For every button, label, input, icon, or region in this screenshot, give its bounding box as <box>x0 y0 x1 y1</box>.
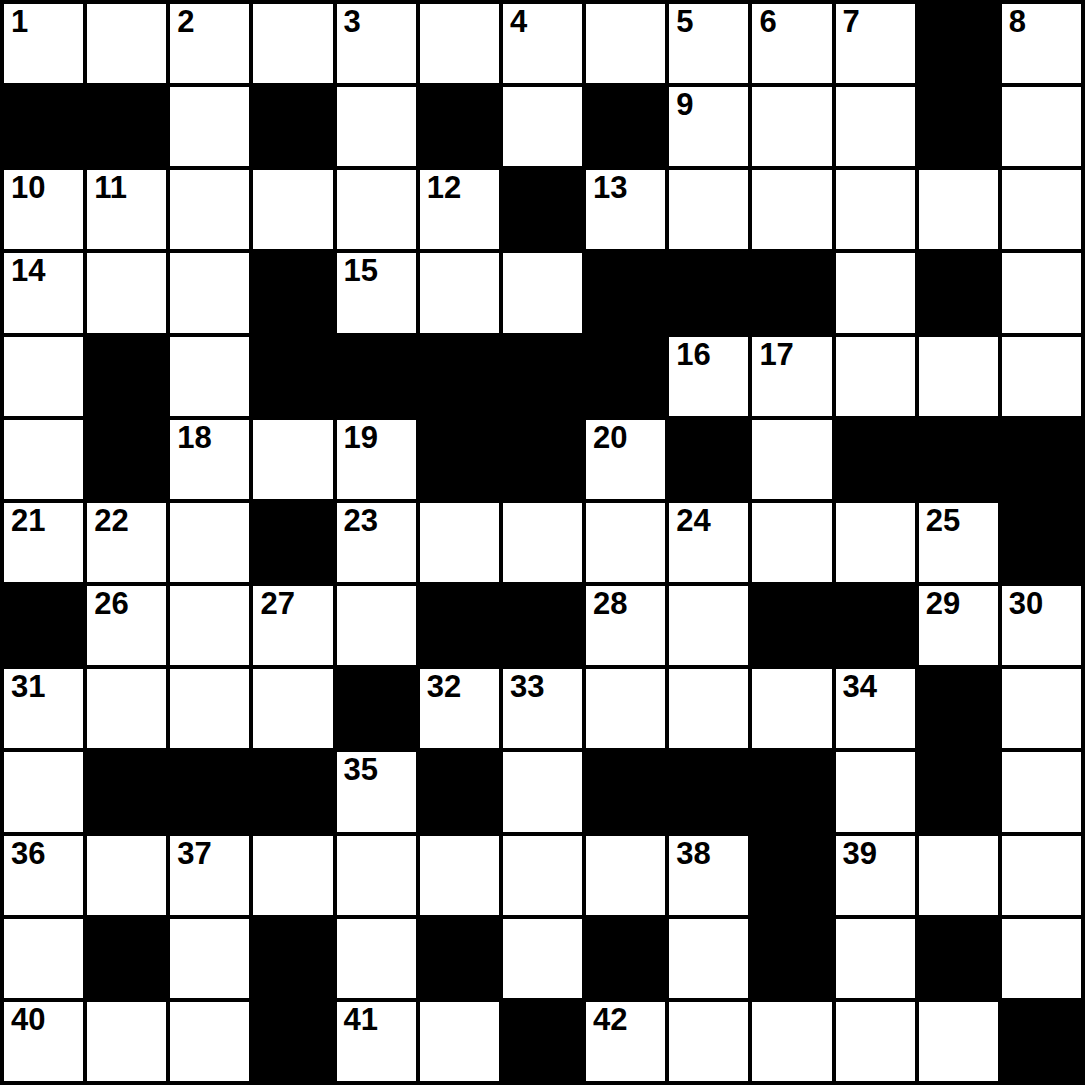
black-cell-r11c11 <box>919 919 998 998</box>
clue-number-2: 2 <box>177 6 194 37</box>
white-cell-r2c0[interactable]: 10 <box>4 170 83 249</box>
white-cell-r8c9[interactable] <box>752 669 831 748</box>
clue-number-37: 37 <box>177 838 211 869</box>
clue-number-40: 40 <box>11 1004 45 1035</box>
white-cell-r10c0[interactable]: 36 <box>4 836 83 915</box>
clue-number-10: 10 <box>11 172 45 203</box>
black-cell-r12c12 <box>1002 1002 1081 1081</box>
clue-number-33: 33 <box>510 671 544 702</box>
clue-number-24: 24 <box>676 505 710 536</box>
clue-number-36: 36 <box>11 838 45 869</box>
black-cell-r7c0 <box>4 586 83 665</box>
clue-number-6: 6 <box>759 6 776 37</box>
white-cell-r3c12[interactable] <box>1002 253 1081 332</box>
black-cell-r9c8 <box>669 752 748 831</box>
white-cell-r0c10[interactable]: 7 <box>836 4 915 83</box>
white-cell-r7c3[interactable]: 27 <box>253 586 332 665</box>
black-cell-r4c7 <box>586 337 665 416</box>
white-cell-r0c3[interactable] <box>253 4 332 83</box>
white-cell-r5c4[interactable]: 19 <box>337 420 416 499</box>
white-cell-r3c10[interactable] <box>836 253 915 332</box>
black-cell-r5c8 <box>669 420 748 499</box>
black-cell-r7c9 <box>752 586 831 665</box>
white-cell-r4c9[interactable]: 17 <box>752 337 831 416</box>
clue-number-35: 35 <box>344 754 378 785</box>
white-cell-r6c10[interactable] <box>836 503 915 582</box>
white-cell-r6c11[interactable]: 25 <box>919 503 998 582</box>
clue-number-5: 5 <box>676 6 693 37</box>
white-cell-r3c4[interactable]: 15 <box>337 253 416 332</box>
white-cell-r10c2[interactable]: 37 <box>170 836 249 915</box>
white-cell-r1c12[interactable] <box>1002 87 1081 166</box>
clue-number-17: 17 <box>759 339 793 370</box>
black-cell-r9c9 <box>752 752 831 831</box>
black-cell-r11c5 <box>420 919 499 998</box>
black-cell-r5c6 <box>503 420 582 499</box>
white-cell-r4c0[interactable] <box>4 337 83 416</box>
clue-number-31: 31 <box>11 671 45 702</box>
white-cell-r7c11[interactable]: 29 <box>919 586 998 665</box>
black-cell-r6c12 <box>1002 503 1081 582</box>
black-cell-r1c3 <box>253 87 332 166</box>
white-cell-r8c2[interactable] <box>170 669 249 748</box>
clue-number-13: 13 <box>593 172 627 203</box>
black-cell-r4c5 <box>420 337 499 416</box>
white-cell-r8c7[interactable] <box>586 669 665 748</box>
white-cell-r5c3[interactable] <box>253 420 332 499</box>
white-cell-r10c8[interactable]: 38 <box>669 836 748 915</box>
white-cell-r0c0[interactable]: 1 <box>4 4 83 83</box>
white-cell-r10c1[interactable] <box>87 836 166 915</box>
white-cell-r12c4[interactable]: 41 <box>337 1002 416 1081</box>
clue-number-34: 34 <box>843 671 877 702</box>
white-cell-r8c12[interactable] <box>1002 669 1081 748</box>
white-cell-r8c10[interactable]: 34 <box>836 669 915 748</box>
white-cell-r6c6[interactable] <box>503 503 582 582</box>
black-cell-r6c3 <box>253 503 332 582</box>
black-cell-r8c11 <box>919 669 998 748</box>
white-cell-r6c4[interactable]: 23 <box>337 503 416 582</box>
white-cell-r10c12[interactable] <box>1002 836 1081 915</box>
clue-number-25: 25 <box>926 505 960 536</box>
clue-number-22: 22 <box>94 505 128 536</box>
black-cell-r3c7 <box>586 253 665 332</box>
crossword-grid: 1234567891011121314151617181920212223242… <box>0 0 1085 1085</box>
white-cell-r0c2[interactable]: 2 <box>170 4 249 83</box>
black-cell-r1c11 <box>919 87 998 166</box>
black-cell-r5c5 <box>420 420 499 499</box>
white-cell-r6c0[interactable]: 21 <box>4 503 83 582</box>
white-cell-r10c3[interactable] <box>253 836 332 915</box>
white-cell-r12c9[interactable] <box>752 1002 831 1081</box>
clue-number-19: 19 <box>344 422 378 453</box>
white-cell-r1c2[interactable] <box>170 87 249 166</box>
white-cell-r1c4[interactable] <box>337 87 416 166</box>
white-cell-r11c12[interactable] <box>1002 919 1081 998</box>
white-cell-r12c2[interactable] <box>170 1002 249 1081</box>
black-cell-r4c4 <box>337 337 416 416</box>
white-cell-r10c7[interactable] <box>586 836 665 915</box>
clue-number-15: 15 <box>344 255 378 286</box>
white-cell-r12c10[interactable] <box>836 1002 915 1081</box>
black-cell-r9c1 <box>87 752 166 831</box>
white-cell-r2c8[interactable] <box>669 170 748 249</box>
white-cell-r12c1[interactable] <box>87 1002 166 1081</box>
black-cell-r7c6 <box>503 586 582 665</box>
white-cell-r0c9[interactable]: 6 <box>752 4 831 83</box>
white-cell-r12c0[interactable]: 40 <box>4 1002 83 1081</box>
black-cell-r9c2 <box>170 752 249 831</box>
black-cell-r3c3 <box>253 253 332 332</box>
black-cell-r3c9 <box>752 253 831 332</box>
black-cell-r3c11 <box>919 253 998 332</box>
clue-number-29: 29 <box>926 588 960 619</box>
clue-number-18: 18 <box>177 422 211 453</box>
white-cell-r9c6[interactable] <box>503 752 582 831</box>
clue-number-20: 20 <box>593 422 627 453</box>
white-cell-r0c4[interactable]: 3 <box>337 4 416 83</box>
black-cell-r3c8 <box>669 253 748 332</box>
white-cell-r0c7[interactable] <box>586 4 665 83</box>
black-cell-r1c1 <box>87 87 166 166</box>
white-cell-r7c8[interactable] <box>669 586 748 665</box>
white-cell-r2c11[interactable] <box>919 170 998 249</box>
white-cell-r2c1[interactable]: 11 <box>87 170 166 249</box>
black-cell-r1c0 <box>4 87 83 166</box>
white-cell-r9c10[interactable] <box>836 752 915 831</box>
black-cell-r4c6 <box>503 337 582 416</box>
white-cell-r6c8[interactable]: 24 <box>669 503 748 582</box>
clue-number-4: 4 <box>510 6 527 37</box>
clue-number-26: 26 <box>94 588 128 619</box>
white-cell-r7c2[interactable] <box>170 586 249 665</box>
white-cell-r3c0[interactable]: 14 <box>4 253 83 332</box>
white-cell-r10c4[interactable] <box>337 836 416 915</box>
white-cell-r2c5[interactable]: 12 <box>420 170 499 249</box>
black-cell-r5c11 <box>919 420 998 499</box>
black-cell-r2c6 <box>503 170 582 249</box>
white-cell-r8c6[interactable]: 33 <box>503 669 582 748</box>
white-cell-r3c1[interactable] <box>87 253 166 332</box>
black-cell-r5c10 <box>836 420 915 499</box>
white-cell-r5c7[interactable]: 20 <box>586 420 665 499</box>
white-cell-r2c9[interactable] <box>752 170 831 249</box>
clue-number-21: 21 <box>11 505 45 536</box>
white-cell-r2c4[interactable] <box>337 170 416 249</box>
white-cell-r0c5[interactable] <box>420 4 499 83</box>
white-cell-r11c10[interactable] <box>836 919 915 998</box>
white-cell-r6c9[interactable] <box>752 503 831 582</box>
clue-number-28: 28 <box>593 588 627 619</box>
white-cell-r1c6[interactable] <box>503 87 582 166</box>
white-cell-r12c7[interactable]: 42 <box>586 1002 665 1081</box>
white-cell-r10c5[interactable] <box>420 836 499 915</box>
black-cell-r12c6 <box>503 1002 582 1081</box>
white-cell-r12c8[interactable] <box>669 1002 748 1081</box>
white-cell-r12c5[interactable] <box>420 1002 499 1081</box>
white-cell-r3c2[interactable] <box>170 253 249 332</box>
white-cell-r7c7[interactable]: 28 <box>586 586 665 665</box>
white-cell-r2c12[interactable] <box>1002 170 1081 249</box>
clue-number-16: 16 <box>676 339 710 370</box>
clue-number-41: 41 <box>344 1004 378 1035</box>
white-cell-r11c6[interactable] <box>503 919 582 998</box>
white-cell-r7c12[interactable]: 30 <box>1002 586 1081 665</box>
clue-number-39: 39 <box>843 838 877 869</box>
clue-number-32: 32 <box>427 671 461 702</box>
clue-number-12: 12 <box>427 172 461 203</box>
white-cell-r3c6[interactable] <box>503 253 582 332</box>
white-cell-r7c1[interactable]: 26 <box>87 586 166 665</box>
white-cell-r9c4[interactable]: 35 <box>337 752 416 831</box>
white-cell-r4c2[interactable] <box>170 337 249 416</box>
white-cell-r5c9[interactable] <box>752 420 831 499</box>
white-cell-r1c8[interactable]: 9 <box>669 87 748 166</box>
clue-number-3: 3 <box>344 6 361 37</box>
white-cell-r10c10[interactable]: 39 <box>836 836 915 915</box>
white-cell-r9c12[interactable] <box>1002 752 1081 831</box>
white-cell-r2c7[interactable]: 13 <box>586 170 665 249</box>
white-cell-r8c0[interactable]: 31 <box>4 669 83 748</box>
clue-number-23: 23 <box>344 505 378 536</box>
black-cell-r5c12 <box>1002 420 1081 499</box>
white-cell-r0c6[interactable]: 4 <box>503 4 582 83</box>
black-cell-r1c5 <box>420 87 499 166</box>
black-cell-r9c7 <box>586 752 665 831</box>
clue-number-42: 42 <box>593 1004 627 1035</box>
clue-number-27: 27 <box>260 588 294 619</box>
white-cell-r9c0[interactable] <box>4 752 83 831</box>
black-cell-r8c4 <box>337 669 416 748</box>
black-cell-r5c1 <box>87 420 166 499</box>
white-cell-r11c2[interactable] <box>170 919 249 998</box>
white-cell-r11c4[interactable] <box>337 919 416 998</box>
black-cell-r7c5 <box>420 586 499 665</box>
white-cell-r11c0[interactable] <box>4 919 83 998</box>
white-cell-r4c10[interactable] <box>836 337 915 416</box>
white-cell-r0c8[interactable]: 5 <box>669 4 748 83</box>
black-cell-r11c9 <box>752 919 831 998</box>
white-cell-r8c1[interactable] <box>87 669 166 748</box>
white-cell-r12c11[interactable] <box>919 1002 998 1081</box>
clue-number-14: 14 <box>11 255 45 286</box>
black-cell-r4c3 <box>253 337 332 416</box>
black-cell-r9c3 <box>253 752 332 831</box>
white-cell-r6c1[interactable]: 22 <box>87 503 166 582</box>
white-cell-r10c6[interactable] <box>503 836 582 915</box>
white-cell-r5c0[interactable] <box>4 420 83 499</box>
black-cell-r0c11 <box>919 4 998 83</box>
white-cell-r4c12[interactable] <box>1002 337 1081 416</box>
clue-number-8: 8 <box>1009 6 1026 37</box>
white-cell-r8c5[interactable]: 32 <box>420 669 499 748</box>
clue-number-1: 1 <box>11 6 28 37</box>
white-cell-r1c10[interactable] <box>836 87 915 166</box>
black-cell-r11c1 <box>87 919 166 998</box>
white-cell-r8c3[interactable] <box>253 669 332 748</box>
white-cell-r3c5[interactable] <box>420 253 499 332</box>
black-cell-r12c3 <box>253 1002 332 1081</box>
clue-number-38: 38 <box>676 838 710 869</box>
white-cell-r5c2[interactable]: 18 <box>170 420 249 499</box>
black-cell-r7c10 <box>836 586 915 665</box>
clue-number-11: 11 <box>94 172 127 203</box>
clue-number-9: 9 <box>676 89 693 120</box>
black-cell-r11c3 <box>253 919 332 998</box>
white-cell-r1c9[interactable] <box>752 87 831 166</box>
black-cell-r9c11 <box>919 752 998 831</box>
white-cell-r7c4[interactable] <box>337 586 416 665</box>
clue-number-7: 7 <box>843 6 860 37</box>
black-cell-r10c9 <box>752 836 831 915</box>
white-cell-r0c1[interactable] <box>87 4 166 83</box>
black-cell-r1c7 <box>586 87 665 166</box>
white-cell-r6c2[interactable] <box>170 503 249 582</box>
white-cell-r2c3[interactable] <box>253 170 332 249</box>
black-cell-r11c7 <box>586 919 665 998</box>
white-cell-r4c8[interactable]: 16 <box>669 337 748 416</box>
black-cell-r9c5 <box>420 752 499 831</box>
white-cell-r2c2[interactable] <box>170 170 249 249</box>
white-cell-r8c8[interactable] <box>669 669 748 748</box>
white-cell-r2c10[interactable] <box>836 170 915 249</box>
clue-number-30: 30 <box>1009 588 1043 619</box>
black-cell-r4c1 <box>87 337 166 416</box>
white-cell-r0c12[interactable]: 8 <box>1002 4 1081 83</box>
white-cell-r6c7[interactable] <box>586 503 665 582</box>
white-cell-r10c11[interactable] <box>919 836 998 915</box>
white-cell-r6c5[interactable] <box>420 503 499 582</box>
white-cell-r11c8[interactable] <box>669 919 748 998</box>
white-cell-r4c11[interactable] <box>919 337 998 416</box>
